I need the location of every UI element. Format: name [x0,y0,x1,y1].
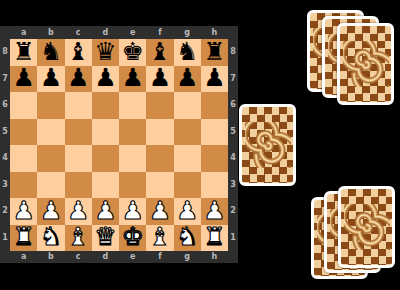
black-pawn[interactable]: ♟ [203,66,225,91]
file-label: d [92,26,119,39]
file-label: b [37,251,64,263]
white-pawn[interactable]: ♟ [203,198,225,223]
rank-label: 3 [228,172,238,199]
square-f4[interactable] [146,145,173,172]
rank-label: 6 [0,92,10,119]
black-rook[interactable]: ♜ [203,39,225,64]
square-e8[interactable]: ♚ [119,39,146,66]
black-knight[interactable]: ♞ [176,39,198,64]
chess-board: abcdefgh abcdefgh 87654321 87654321 ♜♞♝♛… [0,26,238,263]
square-f5[interactable] [146,119,173,146]
white-knight[interactable]: ♞ [40,225,62,250]
rank-label: 7 [228,66,238,93]
square-b8[interactable]: ♞ [37,39,64,66]
white-pawn[interactable]: ♟ [94,198,116,223]
square-g6[interactable] [174,92,201,119]
square-g5[interactable] [174,119,201,146]
square-a1[interactable]: ♜ [10,225,37,252]
square-f8[interactable]: ♝ [146,39,173,66]
file-label: f [146,26,173,39]
black-queen[interactable]: ♛ [94,39,116,64]
black-pawn[interactable]: ♟ [12,66,34,91]
card-back[interactable] [239,104,296,186]
square-d2[interactable]: ♟ [92,198,119,225]
square-a8[interactable]: ♜ [10,39,37,66]
square-a7[interactable]: ♟ [10,66,37,93]
square-c8[interactable]: ♝ [65,39,92,66]
swirl-icon [245,122,291,168]
file-label: f [146,251,173,263]
white-bishop[interactable]: ♝ [67,225,89,250]
black-pawn[interactable]: ♟ [40,66,62,91]
square-e3[interactable] [119,172,146,199]
square-g7[interactable]: ♟ [174,66,201,93]
swirl-icon [343,41,389,87]
square-b6[interactable] [37,92,64,119]
rank-label: 1 [0,225,10,252]
rank-label: 8 [0,39,10,66]
square-c4[interactable] [65,145,92,172]
white-knight[interactable]: ♞ [176,225,198,250]
game-scene: abcdefgh abcdefgh 87654321 87654321 ♜♞♝♛… [0,0,400,290]
square-h5[interactable] [201,119,228,146]
square-f6[interactable] [146,92,173,119]
square-h1[interactable]: ♜ [201,225,228,252]
white-queen[interactable]: ♛ [94,225,116,250]
board-grid: ♜♞♝♛♚♝♞♜♟♟♟♟♟♟♟♟♟♟♟♟♟♟♟♟♜♞♝♛♚♝♞♜ [10,39,228,251]
square-b3[interactable] [37,172,64,199]
square-e7[interactable]: ♟ [119,66,146,93]
white-pawn[interactable]: ♟ [121,198,143,223]
square-d1[interactable]: ♛ [92,225,119,252]
square-a3[interactable] [10,172,37,199]
square-c3[interactable] [65,172,92,199]
square-g3[interactable] [174,172,201,199]
square-d4[interactable] [92,145,119,172]
square-h7[interactable]: ♟ [201,66,228,93]
square-g1[interactable]: ♞ [174,225,201,252]
black-pawn[interactable]: ♟ [67,66,89,91]
square-h8[interactable]: ♜ [201,39,228,66]
square-c5[interactable] [65,119,92,146]
square-b1[interactable]: ♞ [37,225,64,252]
rank-label: 8 [228,39,238,66]
white-pawn[interactable]: ♟ [149,198,171,223]
square-f7[interactable]: ♟ [146,66,173,93]
square-a2[interactable]: ♟ [10,198,37,225]
square-e2[interactable]: ♟ [119,198,146,225]
file-label: e [119,26,146,39]
file-label: b [37,26,64,39]
white-rook[interactable]: ♜ [203,225,225,250]
black-pawn[interactable]: ♟ [94,66,116,91]
white-pawn[interactable]: ♟ [67,198,89,223]
card-back[interactable] [337,23,394,105]
square-g2[interactable]: ♟ [174,198,201,225]
file-label: d [92,251,119,263]
square-h3[interactable] [201,172,228,199]
square-h6[interactable] [201,92,228,119]
rank-label: 1 [228,225,238,252]
file-label: a [10,251,37,263]
black-pawn[interactable]: ♟ [149,66,171,91]
square-b5[interactable] [37,119,64,146]
black-pawn[interactable]: ♟ [121,66,143,91]
rank-label: 2 [228,198,238,225]
square-d8[interactable]: ♛ [92,39,119,66]
square-c6[interactable] [65,92,92,119]
square-d7[interactable]: ♟ [92,66,119,93]
square-d3[interactable] [92,172,119,199]
black-rook[interactable]: ♜ [12,39,34,64]
square-e6[interactable] [119,92,146,119]
square-e4[interactable] [119,145,146,172]
file-label: c [65,251,92,263]
file-label: c [65,26,92,39]
black-king[interactable]: ♚ [121,39,143,64]
rank-label: 3 [0,172,10,199]
square-d5[interactable] [92,119,119,146]
rank-label: 6 [228,92,238,119]
white-pawn[interactable]: ♟ [176,198,198,223]
square-c7[interactable]: ♟ [65,66,92,93]
square-c1[interactable]: ♝ [65,225,92,252]
card-back[interactable] [338,186,395,268]
square-e1[interactable]: ♚ [119,225,146,252]
file-labels-top: abcdefgh [10,26,228,39]
square-b7[interactable]: ♟ [37,66,64,93]
square-e5[interactable] [119,119,146,146]
square-h4[interactable] [201,145,228,172]
square-a4[interactable] [10,145,37,172]
file-label: g [174,251,201,263]
square-f2[interactable]: ♟ [146,198,173,225]
file-label: a [10,26,37,39]
file-labels-bottom: abcdefgh [10,251,228,263]
swirl-icon [344,204,390,250]
rank-label: 4 [228,145,238,172]
white-pawn[interactable]: ♟ [12,198,34,223]
square-g4[interactable] [174,145,201,172]
square-h2[interactable]: ♟ [201,198,228,225]
file-label: h [201,251,228,263]
square-f1[interactable]: ♝ [146,225,173,252]
rank-labels-right: 87654321 [228,39,238,251]
square-b4[interactable] [37,145,64,172]
white-pawn[interactable]: ♟ [40,198,62,223]
square-f3[interactable] [146,172,173,199]
rank-label: 7 [0,66,10,93]
square-g8[interactable]: ♞ [174,39,201,66]
rank-label: 2 [0,198,10,225]
square-a6[interactable] [10,92,37,119]
rank-label: 5 [0,119,10,146]
black-pawn[interactable]: ♟ [176,66,198,91]
rank-labels-left: 87654321 [0,39,10,251]
file-label: e [119,251,146,263]
square-a5[interactable] [10,119,37,146]
black-bishop[interactable]: ♝ [67,39,89,64]
rank-label: 5 [228,119,238,146]
rank-label: 4 [0,145,10,172]
white-rook[interactable]: ♜ [12,225,34,250]
white-bishop[interactable]: ♝ [149,225,171,250]
file-label: h [201,26,228,39]
square-b2[interactable]: ♟ [37,198,64,225]
square-c2[interactable]: ♟ [65,198,92,225]
file-label: g [174,26,201,39]
black-knight[interactable]: ♞ [40,39,62,64]
black-bishop[interactable]: ♝ [149,39,171,64]
square-d6[interactable] [92,92,119,119]
white-king[interactable]: ♚ [121,225,143,250]
